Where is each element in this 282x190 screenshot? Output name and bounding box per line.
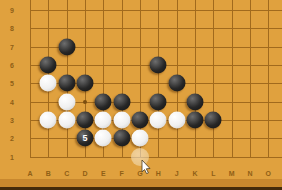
black-stone-K3[interactable] — [187, 112, 204, 129]
col-label-L: L — [211, 169, 215, 176]
white-stone-B3[interactable] — [40, 112, 57, 129]
col-label-O: O — [266, 169, 271, 176]
black-stone-B6[interactable] — [40, 57, 57, 74]
grid-hline-9 — [30, 10, 282, 11]
move-number-label: 5 — [82, 134, 87, 143]
black-stone-C5[interactable] — [58, 75, 75, 92]
grid-vline-H — [158, 0, 159, 157]
col-label-A: A — [27, 169, 32, 176]
col-label-E: E — [101, 169, 106, 176]
white-stone-G2[interactable] — [132, 130, 149, 147]
col-label-C: C — [64, 169, 69, 176]
black-stone-C7[interactable] — [58, 38, 75, 55]
row-label-8: 8 — [10, 25, 14, 32]
grid-vline-A — [30, 0, 31, 157]
white-stone-E3[interactable] — [95, 112, 112, 129]
grid-hline-8 — [30, 28, 282, 29]
grid-vline-K — [195, 0, 196, 157]
row-label-4: 4 — [10, 98, 14, 105]
board-edge-shadow — [0, 187, 282, 190]
grid-vline-O — [268, 0, 269, 157]
col-label-B: B — [46, 169, 51, 176]
white-stone-J3[interactable] — [168, 112, 185, 129]
col-label-D: D — [82, 169, 87, 176]
row-label-2: 2 — [10, 135, 14, 142]
white-stone-F3[interactable] — [113, 112, 130, 129]
row-label-5: 5 — [10, 80, 14, 87]
grid-vline-L — [213, 0, 214, 157]
col-label-J: J — [175, 169, 179, 176]
white-stone-C4[interactable] — [58, 93, 75, 110]
white-stone-E2[interactable] — [95, 130, 112, 147]
black-stone-D5[interactable] — [77, 75, 94, 92]
mouse-cursor-icon — [141, 160, 152, 174]
grid-hline-1 — [30, 157, 282, 158]
black-stone-D3[interactable] — [77, 112, 94, 129]
white-stone-B5[interactable] — [40, 75, 57, 92]
row-label-7: 7 — [10, 43, 14, 50]
col-label-N: N — [247, 169, 252, 176]
black-stone-L3[interactable] — [205, 112, 222, 129]
col-label-M: M — [229, 169, 235, 176]
white-stone-C3[interactable] — [58, 112, 75, 129]
row-label-3: 3 — [10, 117, 14, 124]
col-label-H: H — [156, 169, 161, 176]
grid-hline-2 — [30, 138, 282, 139]
row-label-6: 6 — [10, 62, 14, 69]
row-label-9: 9 — [10, 7, 14, 14]
white-stone-H3[interactable] — [150, 112, 167, 129]
board-edge — [0, 179, 282, 187]
star-point-D4 — [83, 100, 87, 104]
black-stone-D2[interactable]: 5 — [77, 130, 94, 147]
black-stone-H6[interactable] — [150, 57, 167, 74]
black-stone-H4[interactable] — [150, 93, 167, 110]
row-label-1: 1 — [10, 153, 14, 160]
grid-vline-N — [250, 0, 251, 157]
col-label-K: K — [192, 169, 197, 176]
black-stone-K4[interactable] — [187, 93, 204, 110]
grid-vline-M — [232, 0, 233, 157]
go-board-screen: 987654321ABCDEFGHJKLMNO5 — [0, 0, 282, 190]
black-stone-F4[interactable] — [113, 93, 130, 110]
black-stone-F2[interactable] — [113, 130, 130, 147]
black-stone-J5[interactable] — [168, 75, 185, 92]
col-label-F: F — [120, 169, 124, 176]
black-stone-E4[interactable] — [95, 93, 112, 110]
black-stone-G3[interactable] — [132, 112, 149, 129]
